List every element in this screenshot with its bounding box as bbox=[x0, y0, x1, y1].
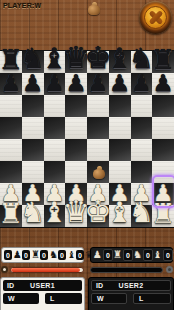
square-c2[interactable] bbox=[44, 183, 66, 205]
captured-count: 0 bbox=[40, 250, 48, 260]
captured-count: 0 bbox=[103, 249, 113, 261]
square-g8[interactable] bbox=[131, 51, 153, 73]
square-c4[interactable] bbox=[44, 139, 66, 161]
square-e8[interactable] bbox=[87, 51, 109, 73]
square-e5[interactable] bbox=[87, 117, 109, 139]
captured-count: 0 bbox=[22, 250, 30, 260]
captured-count: 0 bbox=[76, 250, 84, 260]
square-c6[interactable] bbox=[44, 95, 66, 117]
captured-count: 0 bbox=[163, 249, 173, 261]
player-turn-label: PLAYER:W bbox=[3, 2, 41, 9]
square-e1[interactable] bbox=[87, 205, 109, 227]
rook-icon: ♜ bbox=[113, 250, 122, 260]
square-d2[interactable] bbox=[65, 183, 87, 205]
board-squares bbox=[0, 51, 174, 227]
square-a1[interactable] bbox=[0, 205, 22, 227]
bishop-icon: ♝ bbox=[153, 250, 162, 260]
square-d5[interactable] bbox=[65, 117, 87, 139]
square-f1[interactable] bbox=[109, 205, 131, 227]
square-f5[interactable] bbox=[109, 117, 131, 139]
captured-counter-knight: ♞0 bbox=[133, 249, 153, 261]
square-g4[interactable] bbox=[131, 139, 153, 161]
square-b6[interactable] bbox=[22, 95, 44, 117]
captured-count: 0 bbox=[4, 250, 12, 260]
hand-cursor-e2 bbox=[93, 166, 105, 179]
chess-app-screen: PLAYER:W ♜♞♝♛♚♝♞♜♟♟♟♟♟♟♟♟♟♟♟♟♟♟♟♟♜♞♝♛♚♝♞… bbox=[0, 0, 174, 310]
square-e7[interactable] bbox=[87, 73, 109, 95]
timer-bar-player1 bbox=[10, 267, 84, 273]
square-e6[interactable] bbox=[87, 95, 109, 117]
square-h8[interactable] bbox=[152, 51, 174, 73]
square-h5[interactable] bbox=[152, 117, 174, 139]
clock-icon-player2 bbox=[166, 266, 173, 273]
captured-counter-bishop: 0♝ bbox=[58, 250, 76, 260]
square-g7[interactable] bbox=[131, 73, 153, 95]
player1-name: USER1 bbox=[3, 282, 82, 289]
square-h4[interactable] bbox=[152, 139, 174, 161]
captured-count: 0 bbox=[143, 249, 153, 261]
square-g2[interactable] bbox=[131, 183, 153, 205]
square-a5[interactable] bbox=[0, 117, 22, 139]
player2-name: USER2 bbox=[92, 282, 170, 289]
square-d3[interactable] bbox=[65, 161, 87, 183]
square-b2[interactable] bbox=[22, 183, 44, 205]
captured-counter-pawn: 0♟ bbox=[4, 250, 22, 260]
player1-panel: ID USER1 W L bbox=[0, 277, 85, 310]
square-a8[interactable] bbox=[0, 51, 22, 73]
captured-counter-rook: 0♜ bbox=[22, 250, 40, 260]
player2-losses-pill: L bbox=[133, 293, 171, 304]
knight-icon: ♞ bbox=[49, 250, 58, 260]
square-e2[interactable] bbox=[87, 183, 109, 205]
player2-panel: ID USER2 W L bbox=[88, 277, 174, 310]
id-label: ID bbox=[96, 282, 103, 289]
id-label: ID bbox=[7, 282, 14, 289]
rook-icon: ♜ bbox=[31, 250, 40, 260]
square-d1[interactable] bbox=[65, 205, 87, 227]
selected-square-highlight-h2 bbox=[152, 175, 174, 208]
pawn-icon: ♟ bbox=[93, 250, 102, 260]
square-d4[interactable] bbox=[65, 139, 87, 161]
captured-count: 0 bbox=[58, 250, 66, 260]
square-b8[interactable] bbox=[22, 51, 44, 73]
square-c3[interactable] bbox=[44, 161, 66, 183]
square-b1[interactable] bbox=[22, 205, 44, 227]
square-h7[interactable] bbox=[152, 73, 174, 95]
gold-disc bbox=[144, 6, 167, 29]
square-e4[interactable] bbox=[87, 139, 109, 161]
square-a3[interactable] bbox=[0, 161, 22, 183]
square-a2[interactable] bbox=[0, 183, 22, 205]
player1-losses-pill: L bbox=[45, 293, 82, 304]
square-h6[interactable] bbox=[152, 95, 174, 117]
timer-fill-player1 bbox=[11, 268, 80, 272]
square-b5[interactable] bbox=[22, 117, 44, 139]
queen-icon: ♛ bbox=[173, 250, 174, 260]
menu-medallion-button[interactable] bbox=[139, 1, 172, 34]
timer-bar-player2 bbox=[90, 267, 163, 273]
square-d8[interactable] bbox=[65, 51, 87, 73]
square-a4[interactable] bbox=[0, 139, 22, 161]
pawn-icon: ♟ bbox=[13, 250, 22, 260]
square-b3[interactable] bbox=[22, 161, 44, 183]
captured-white-pieces-panel: ♟0♜0♞0♝0♛0 bbox=[90, 247, 173, 263]
clock-icon-player1 bbox=[1, 266, 8, 273]
bishop-icon: ♝ bbox=[67, 250, 76, 260]
square-c8[interactable] bbox=[44, 51, 66, 73]
captured-counter-rook: ♜0 bbox=[113, 249, 133, 261]
square-b4[interactable] bbox=[22, 139, 44, 161]
square-b7[interactable] bbox=[22, 73, 44, 95]
square-g1[interactable] bbox=[131, 205, 153, 227]
captured-count: 0 bbox=[123, 249, 133, 261]
hand-cursor-top bbox=[88, 2, 100, 15]
square-c7[interactable] bbox=[44, 73, 66, 95]
square-f7[interactable] bbox=[109, 73, 131, 95]
player1-id-pill: ID USER1 bbox=[3, 280, 82, 291]
square-f4[interactable] bbox=[109, 139, 131, 161]
chess-board[interactable]: ♜♞♝♛♚♝♞♜♟♟♟♟♟♟♟♟♟♟♟♟♟♟♟♟♜♞♝♛♚♝♞♜ bbox=[0, 50, 174, 228]
player1-wins-pill: W bbox=[3, 293, 39, 304]
knight-icon: ♞ bbox=[133, 250, 142, 260]
square-d6[interactable] bbox=[65, 95, 87, 117]
square-a7[interactable] bbox=[0, 73, 22, 95]
square-f8[interactable] bbox=[109, 51, 131, 73]
square-g3[interactable] bbox=[131, 161, 153, 183]
square-c1[interactable] bbox=[44, 205, 66, 227]
captured-black-pieces-panel: 0♟0♜0♞0♝0♛ bbox=[1, 247, 84, 263]
square-f2[interactable] bbox=[109, 183, 131, 205]
captured-counter-bishop: ♝0 bbox=[153, 249, 173, 261]
captured-counter-queen: ♛0 bbox=[173, 249, 174, 261]
captured-counter-pawn: ♟0 bbox=[93, 249, 113, 261]
square-h1[interactable] bbox=[152, 205, 174, 227]
player2-wins-pill: W bbox=[91, 293, 127, 304]
square-f3[interactable] bbox=[109, 161, 131, 183]
player2-id-pill: ID USER2 bbox=[91, 280, 171, 291]
square-d7[interactable] bbox=[65, 73, 87, 95]
square-f6[interactable] bbox=[109, 95, 131, 117]
captured-counter-knight: 0♞ bbox=[40, 250, 58, 260]
square-g6[interactable] bbox=[131, 95, 153, 117]
square-a6[interactable] bbox=[0, 95, 22, 117]
square-g5[interactable] bbox=[131, 117, 153, 139]
square-c5[interactable] bbox=[44, 117, 66, 139]
